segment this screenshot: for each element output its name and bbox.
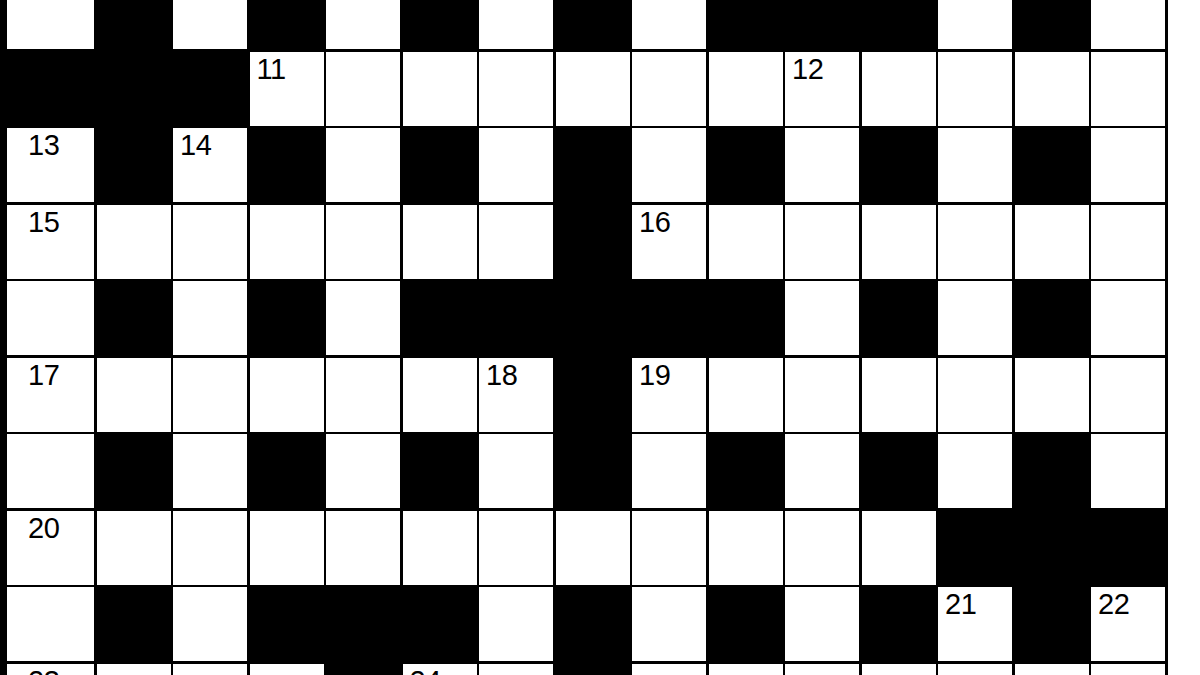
black-cell: [1015, 281, 1089, 355]
white-cell[interactable]: [173, 587, 247, 661]
black-cell: [250, 0, 324, 49]
white-cell[interactable]: [709, 205, 783, 279]
black-cell: [403, 128, 477, 202]
white-cell[interactable]: 17: [7, 358, 94, 432]
white-cell[interactable]: 21: [938, 587, 1012, 661]
white-cell[interactable]: [173, 511, 247, 585]
white-cell[interactable]: [403, 511, 477, 585]
white-cell[interactable]: [479, 205, 553, 279]
crossword-grid: 1112131415161718192021222324: [0, 0, 1168, 675]
white-cell[interactable]: [938, 664, 1012, 675]
clue-number: 13: [28, 131, 59, 160]
black-cell: [938, 511, 1012, 585]
white-cell[interactable]: [1091, 281, 1165, 355]
white-cell[interactable]: [326, 52, 400, 126]
white-cell[interactable]: 23: [7, 664, 94, 675]
black-cell: [709, 0, 783, 49]
black-cell: [97, 587, 171, 661]
white-cell[interactable]: 14: [173, 128, 247, 202]
black-cell: [556, 358, 630, 432]
black-cell: [1015, 587, 1089, 661]
white-cell[interactable]: [632, 128, 706, 202]
white-cell[interactable]: [938, 128, 1012, 202]
white-cell[interactable]: [1091, 664, 1165, 675]
black-cell: [403, 0, 477, 49]
black-cell: [97, 128, 171, 202]
white-cell[interactable]: [785, 128, 859, 202]
white-cell[interactable]: [785, 434, 859, 508]
white-cell[interactable]: [479, 511, 553, 585]
clue-number: 16: [639, 208, 670, 237]
black-cell: [1015, 0, 1089, 49]
black-cell: [403, 434, 477, 508]
white-cell[interactable]: [862, 358, 936, 432]
clue-number: 15: [28, 208, 59, 237]
white-cell[interactable]: [326, 511, 400, 585]
white-cell[interactable]: [709, 664, 783, 675]
white-cell[interactable]: [862, 511, 936, 585]
black-cell: [862, 128, 936, 202]
white-cell[interactable]: [250, 664, 324, 675]
white-cell[interactable]: [556, 52, 630, 126]
black-cell: [862, 281, 936, 355]
white-cell[interactable]: [1015, 205, 1089, 279]
black-cell: [326, 664, 400, 675]
white-cell[interactable]: [97, 358, 171, 432]
white-cell[interactable]: [785, 664, 859, 675]
white-cell[interactable]: [326, 358, 400, 432]
black-cell: [709, 587, 783, 661]
white-cell[interactable]: 19: [632, 358, 706, 432]
white-cell[interactable]: [862, 52, 936, 126]
black-cell: [250, 434, 324, 508]
white-cell[interactable]: [862, 205, 936, 279]
white-cell[interactable]: [7, 281, 94, 355]
white-cell[interactable]: [632, 52, 706, 126]
white-cell[interactable]: [938, 358, 1012, 432]
white-cell[interactable]: [785, 511, 859, 585]
white-cell[interactable]: [632, 587, 706, 661]
white-cell[interactable]: [709, 52, 783, 126]
clue-number: 14: [180, 131, 211, 160]
black-cell: [632, 281, 706, 355]
black-cell: [556, 128, 630, 202]
white-cell[interactable]: [173, 281, 247, 355]
black-cell: [709, 434, 783, 508]
white-cell[interactable]: [709, 511, 783, 585]
black-cell: [403, 281, 477, 355]
black-cell: [862, 434, 936, 508]
white-cell[interactable]: [173, 434, 247, 508]
black-cell: [709, 128, 783, 202]
white-cell[interactable]: [632, 664, 706, 675]
clue-number: 17: [28, 361, 59, 390]
black-cell: [326, 587, 400, 661]
white-cell[interactable]: [250, 358, 324, 432]
white-cell[interactable]: [1091, 0, 1165, 49]
white-cell[interactable]: [326, 0, 400, 49]
clue-number: 19: [639, 361, 670, 390]
black-cell: [250, 281, 324, 355]
white-cell[interactable]: [403, 358, 477, 432]
white-cell[interactable]: [1091, 434, 1165, 508]
white-cell[interactable]: [938, 205, 1012, 279]
white-cell[interactable]: [326, 281, 400, 355]
black-cell: [556, 587, 630, 661]
black-cell: [1015, 511, 1089, 585]
clue-number: 18: [486, 361, 517, 390]
white-cell[interactable]: [250, 511, 324, 585]
white-cell[interactable]: [173, 0, 247, 49]
clue-number: 22: [1098, 590, 1129, 619]
black-cell: [556, 434, 630, 508]
white-cell[interactable]: [938, 0, 1012, 49]
black-cell: [556, 664, 630, 675]
white-cell[interactable]: [173, 358, 247, 432]
clue-number: 12: [792, 55, 823, 84]
white-cell[interactable]: [403, 52, 477, 126]
white-cell[interactable]: [403, 205, 477, 279]
white-cell[interactable]: [97, 511, 171, 585]
black-cell: [1015, 128, 1089, 202]
white-cell[interactable]: [1091, 52, 1165, 126]
white-cell[interactable]: 16: [632, 205, 706, 279]
black-cell: [173, 52, 247, 126]
white-cell[interactable]: [785, 587, 859, 661]
black-cell: [403, 587, 477, 661]
white-cell[interactable]: [326, 434, 400, 508]
black-cell: [556, 205, 630, 279]
white-cell[interactable]: [7, 434, 94, 508]
black-cell: [1091, 511, 1165, 585]
black-cell: [862, 0, 936, 49]
white-cell[interactable]: [479, 664, 553, 675]
white-cell[interactable]: [938, 281, 1012, 355]
white-cell[interactable]: [250, 205, 324, 279]
white-cell[interactable]: [97, 664, 171, 675]
clue-number: 24: [410, 667, 441, 675]
white-cell[interactable]: [785, 205, 859, 279]
white-cell[interactable]: [1015, 358, 1089, 432]
black-cell: [709, 281, 783, 355]
black-cell: [862, 587, 936, 661]
white-cell[interactable]: [173, 205, 247, 279]
white-cell[interactable]: [1091, 358, 1165, 432]
white-cell[interactable]: [938, 52, 1012, 126]
white-cell[interactable]: 11: [250, 52, 324, 126]
white-cell[interactable]: [632, 511, 706, 585]
black-cell: [1015, 434, 1089, 508]
white-cell[interactable]: 18: [479, 358, 553, 432]
white-cell[interactable]: [326, 205, 400, 279]
white-cell[interactable]: [862, 664, 936, 675]
black-cell: [250, 128, 324, 202]
white-cell[interactable]: [479, 434, 553, 508]
white-cell[interactable]: [1015, 664, 1089, 675]
white-cell[interactable]: [326, 128, 400, 202]
white-cell[interactable]: [479, 587, 553, 661]
black-cell: [97, 0, 171, 49]
white-cell[interactable]: 12: [785, 52, 859, 126]
white-cell[interactable]: 24: [403, 664, 477, 675]
clue-number: 23: [28, 667, 59, 675]
black-cell: [97, 281, 171, 355]
black-cell: [250, 587, 324, 661]
black-cell: [479, 281, 553, 355]
white-cell[interactable]: [938, 434, 1012, 508]
white-cell[interactable]: 22: [1091, 587, 1165, 661]
white-cell[interactable]: 13: [7, 128, 94, 202]
white-cell[interactable]: [173, 664, 247, 675]
black-cell: [556, 281, 630, 355]
white-cell[interactable]: [479, 52, 553, 126]
clue-number: 21: [945, 590, 976, 619]
clue-number: 20: [28, 514, 59, 543]
white-cell[interactable]: [97, 205, 171, 279]
white-cell[interactable]: [632, 434, 706, 508]
black-cell: [97, 434, 171, 508]
white-cell[interactable]: [479, 0, 553, 49]
black-cell: [7, 52, 94, 126]
white-cell[interactable]: [632, 0, 706, 49]
white-cell[interactable]: [1015, 52, 1089, 126]
white-cell[interactable]: [1091, 205, 1165, 279]
white-cell[interactable]: 20: [7, 511, 94, 585]
crossword-board-viewport: 1112131415161718192021222324: [0, 0, 1200, 675]
white-cell[interactable]: 15: [7, 205, 94, 279]
white-cell[interactable]: [479, 128, 553, 202]
white-cell[interactable]: [7, 0, 94, 49]
white-cell[interactable]: [7, 587, 94, 661]
white-cell[interactable]: [785, 358, 859, 432]
clue-number: 11: [257, 55, 286, 84]
white-cell[interactable]: [709, 358, 783, 432]
white-cell[interactable]: [785, 281, 859, 355]
white-cell[interactable]: [556, 511, 630, 585]
black-cell: [97, 52, 171, 126]
white-cell[interactable]: [1091, 128, 1165, 202]
black-cell: [785, 0, 859, 49]
black-cell: [556, 0, 630, 49]
